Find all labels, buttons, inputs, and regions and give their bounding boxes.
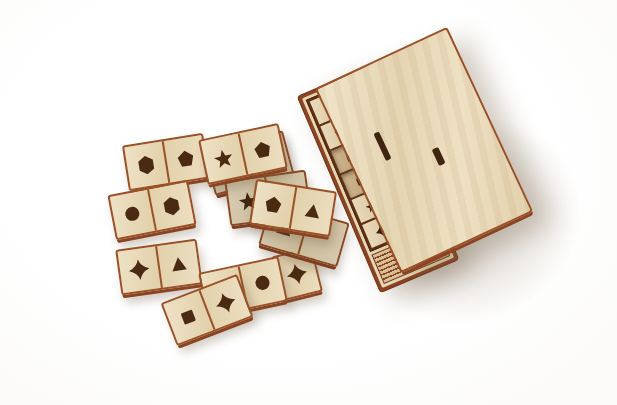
pentagon-cutout <box>170 143 201 174</box>
circle-cutout <box>117 198 149 230</box>
tile-half-pentagon <box>251 181 295 228</box>
lid-finger-slot-icon <box>432 147 446 166</box>
triangle-cutout <box>164 249 194 279</box>
star4-cutout <box>124 255 154 285</box>
domino-tile-hexagon-pentagon[interactable] <box>122 133 210 191</box>
tile-half-hexagon <box>147 182 194 231</box>
pentagon-cutout <box>258 189 289 220</box>
triangle-cutout <box>297 196 328 227</box>
square-cutout <box>171 300 206 335</box>
hexagon-cutout <box>131 150 162 181</box>
star4-cutout <box>281 258 314 291</box>
tile-half-triangle <box>289 187 335 235</box>
hexagon-cutout <box>156 190 188 222</box>
tile-half-triangle <box>155 241 200 288</box>
pentagon-cutout <box>247 134 279 166</box>
circle-cutout <box>247 267 279 299</box>
lid-finger-slot-icon <box>373 131 391 161</box>
star5-cutout <box>207 142 239 174</box>
product-photo-scene <box>0 0 617 405</box>
tile-half-star4 <box>117 246 160 293</box>
tile-half-pentagon <box>238 125 286 174</box>
domino-tile-circle-hexagon[interactable] <box>107 180 196 241</box>
tile-half-hexagon <box>124 141 168 188</box>
star4-cutout <box>208 285 243 320</box>
domino-tile-star4-triangle[interactable] <box>115 239 203 296</box>
